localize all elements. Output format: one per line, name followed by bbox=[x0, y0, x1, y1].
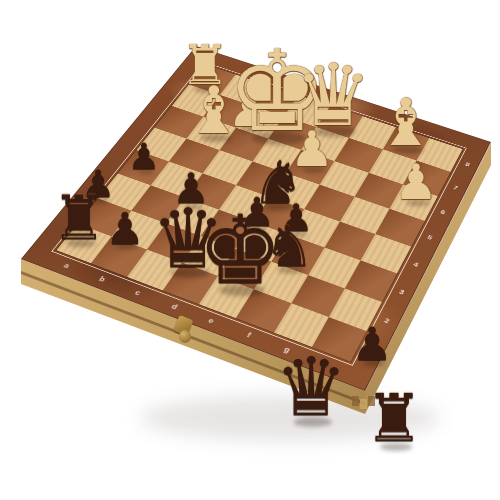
piece-shadow bbox=[380, 443, 412, 451]
rank-label-7: 7 bbox=[452, 184, 459, 191]
file-label-g: g bbox=[282, 345, 291, 354]
table-shadow bbox=[140, 395, 440, 441]
product-photo-scene: abcdefgh 87654321 ♜♝♟♚♛♟♝♟♟♟♜♟♟♛♚♟♞♟♞♟♛♜ bbox=[0, 0, 500, 500]
dovetail-joint bbox=[360, 399, 367, 409]
rank-label-1: 1 bbox=[367, 346, 375, 355]
file-label-a: a bbox=[62, 262, 71, 270]
rank-label-5: 5 bbox=[426, 234, 433, 241]
rank-label-4: 4 bbox=[412, 260, 420, 268]
chess-board: abcdefgh 87654321 bbox=[21, 46, 491, 391]
file-label-d: d bbox=[170, 302, 179, 311]
file-label-h: h bbox=[321, 360, 330, 369]
dovetail-joint bbox=[368, 396, 375, 406]
clasp-knob bbox=[179, 330, 191, 343]
rank-label-6: 6 bbox=[439, 209, 446, 216]
board-border-wood: abcdefgh 87654321 bbox=[21, 46, 491, 391]
rank-label-2: 2 bbox=[383, 317, 391, 325]
file-label-b: b bbox=[97, 275, 106, 283]
file-label-f: f bbox=[245, 331, 252, 339]
dovetail-joint bbox=[352, 396, 359, 406]
rank-label-3: 3 bbox=[398, 288, 406, 296]
file-label-c: c bbox=[133, 289, 142, 297]
file-label-e: e bbox=[207, 317, 216, 326]
rank-label-8: 8 bbox=[464, 161, 471, 168]
brass-clasp bbox=[170, 317, 200, 351]
